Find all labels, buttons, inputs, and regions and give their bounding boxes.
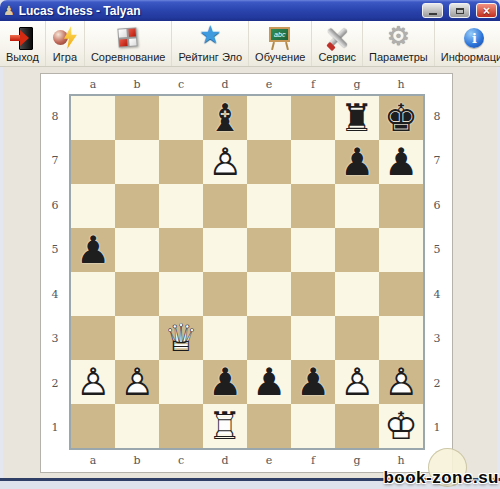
maximize-button[interactable] [449, 3, 470, 18]
square-e8[interactable] [247, 96, 291, 140]
square-d7[interactable]: ♟♙ [203, 140, 247, 184]
lightning-ball-icon [52, 26, 78, 50]
toolbar-button-competition[interactable]: Соревнование [85, 21, 173, 66]
square-b8[interactable] [115, 96, 159, 140]
close-button[interactable]: × [476, 3, 497, 18]
square-f8[interactable] [291, 96, 335, 140]
content-area: abcdefgh 87654321 ♝♜♚♟♙♟♟♟♛♕♟♙♟♙♟♟♟♟♙♟♙♜… [0, 67, 500, 478]
square-a5[interactable]: ♟ [71, 228, 115, 272]
square-g3[interactable] [335, 316, 379, 360]
square-b5[interactable] [115, 228, 159, 272]
square-b4[interactable] [115, 272, 159, 316]
rank-label: 6 [41, 183, 69, 228]
file-label: c [159, 450, 203, 470]
black-pawn: ♟ [379, 140, 423, 184]
gear-icon: ⚙ [385, 26, 411, 50]
toolbar-label: Параметры [369, 51, 428, 63]
file-label: b [115, 450, 159, 470]
toolbar-label: Игра [53, 51, 77, 63]
square-h4[interactable] [379, 272, 423, 316]
rank-label: 5 [41, 228, 69, 273]
square-c5[interactable] [159, 228, 203, 272]
square-d5[interactable] [203, 228, 247, 272]
title-bar[interactable]: ♟ Lucas Chess - Talyan × [0, 0, 500, 21]
square-g1[interactable] [335, 404, 379, 448]
main-toolbar: Выход Игра Соревнование ★ Рейтинг Эло ab… [0, 21, 500, 67]
square-f6[interactable] [291, 184, 335, 228]
square-h1[interactable]: ♚♔ [379, 404, 423, 448]
white-king-outline: ♔ [379, 404, 423, 448]
square-d6[interactable] [203, 184, 247, 228]
white-pawn-outline: ♙ [203, 140, 247, 184]
black-pawn: ♟ [71, 228, 115, 272]
toolbar-label: Соревнование [91, 51, 166, 63]
close-icon: × [483, 5, 490, 17]
square-e7[interactable] [247, 140, 291, 184]
black-pawn: ♟ [291, 360, 335, 404]
toolbar-button-tools[interactable]: Сервис [312, 21, 363, 66]
file-label: c [159, 74, 203, 94]
file-label: e [247, 74, 291, 94]
file-label: b [115, 74, 159, 94]
file-label: f [291, 450, 335, 470]
white-rook-outline: ♖ [203, 404, 247, 448]
black-king: ♚ [379, 96, 423, 140]
square-b1[interactable] [115, 404, 159, 448]
file-label: h [379, 450, 423, 470]
minimize-icon [429, 13, 437, 15]
square-e3[interactable] [247, 316, 291, 360]
square-g2[interactable]: ♟♙ [335, 360, 379, 404]
minimize-button[interactable] [422, 3, 443, 18]
square-c2[interactable] [159, 360, 203, 404]
rank-labels-left: 87654321 [41, 94, 69, 450]
square-d2[interactable]: ♟ [203, 360, 247, 404]
rank-label: 4 [41, 272, 69, 317]
square-g4[interactable] [335, 272, 379, 316]
toolbar-button-exit[interactable]: Выход [0, 21, 46, 66]
rank-label: 6 [425, 183, 449, 228]
black-pawn: ♟ [203, 360, 247, 404]
toolbar-button-game[interactable]: Игра [46, 21, 85, 66]
square-d4[interactable] [203, 272, 247, 316]
rank-label: 4 [425, 272, 449, 317]
square-a4[interactable] [71, 272, 115, 316]
black-pawn: ♟ [247, 360, 291, 404]
square-e5[interactable] [247, 228, 291, 272]
blue-star-icon: ★ [197, 26, 223, 50]
exit-door-icon [9, 26, 35, 50]
rank-label: 2 [425, 361, 449, 406]
file-label: g [335, 450, 379, 470]
toolbar-label: Сервис [318, 51, 356, 63]
info-icon: i [461, 26, 487, 50]
file-label: a [71, 450, 115, 470]
toolbar-button-training[interactable]: abc Обучение [249, 21, 312, 66]
tools-icon [324, 26, 350, 50]
file-labels-bottom: abcdefgh [71, 450, 423, 470]
maximize-icon [456, 8, 464, 14]
square-g8[interactable]: ♜ [335, 96, 379, 140]
square-f4[interactable] [291, 272, 335, 316]
black-bishop: ♝ [203, 96, 247, 140]
square-a7[interactable] [71, 140, 115, 184]
square-d1[interactable]: ♜♖ [203, 404, 247, 448]
rank-label: 1 [425, 406, 449, 451]
app-window: ♟ Lucas Chess - Talyan × Выход Игра Соре… [0, 0, 500, 489]
file-label: d [203, 74, 247, 94]
square-d3[interactable] [203, 316, 247, 360]
app-pawn-icon: ♟ [3, 4, 15, 17]
watermark-text: book-zone.su [383, 468, 499, 488]
white-pawn-outline: ♙ [335, 360, 379, 404]
square-a3[interactable] [71, 316, 115, 360]
square-h7[interactable]: ♟ [379, 140, 423, 184]
window-title: Lucas Chess - Talyan [19, 4, 416, 18]
square-a8[interactable] [71, 96, 115, 140]
chess-board: ♝♜♚♟♙♟♟♟♛♕♟♙♟♙♟♟♟♟♙♟♙♜♖♚♔ [69, 94, 425, 450]
square-d8[interactable]: ♝ [203, 96, 247, 140]
checkered-squares-icon [115, 26, 141, 50]
toolbar-label: Информация [441, 51, 500, 63]
square-g7[interactable]: ♟ [335, 140, 379, 184]
file-label: e [247, 450, 291, 470]
white-pawn-outline: ♙ [115, 360, 159, 404]
square-a1[interactable] [71, 404, 115, 448]
square-b7[interactable] [115, 140, 159, 184]
square-e4[interactable] [247, 272, 291, 316]
rank-label: 1 [41, 406, 69, 451]
black-rook: ♜ [335, 96, 379, 140]
square-f5[interactable] [291, 228, 335, 272]
square-e1[interactable] [247, 404, 291, 448]
rank-label: 5 [425, 228, 449, 273]
square-a2[interactable]: ♟♙ [71, 360, 115, 404]
square-h8[interactable]: ♚ [379, 96, 423, 140]
file-label: a [71, 74, 115, 94]
file-label: f [291, 74, 335, 94]
square-f1[interactable] [291, 404, 335, 448]
toolbar-button-options[interactable]: ⚙ Параметры [363, 21, 435, 66]
white-pawn-outline: ♙ [379, 360, 423, 404]
square-a6[interactable] [71, 184, 115, 228]
toolbar-button-elo-rating[interactable]: ★ Рейтинг Эло [172, 21, 249, 66]
square-e6[interactable] [247, 184, 291, 228]
square-e2[interactable]: ♟ [247, 360, 291, 404]
rank-labels-right: 87654321 [425, 94, 449, 450]
square-c8[interactable] [159, 96, 203, 140]
board-panel: abcdefgh 87654321 ♝♜♚♟♙♟♟♟♛♕♟♙♟♙♟♟♟♟♙♟♙♜… [40, 73, 453, 473]
chalkboard-icon: abc [267, 26, 293, 50]
square-h2[interactable]: ♟♙ [379, 360, 423, 404]
file-label: d [203, 450, 247, 470]
toolbar-button-information[interactable]: i Информация [435, 21, 500, 66]
rank-label: 3 [425, 317, 449, 362]
rank-label: 7 [41, 139, 69, 184]
white-queen-outline: ♕ [159, 316, 203, 360]
square-c7[interactable] [159, 140, 203, 184]
square-b6[interactable] [115, 184, 159, 228]
square-b3[interactable] [115, 316, 159, 360]
square-c1[interactable] [159, 404, 203, 448]
square-b2[interactable]: ♟♙ [115, 360, 159, 404]
black-pawn: ♟ [335, 140, 379, 184]
square-c3[interactable]: ♛♕ [159, 316, 203, 360]
file-label: h [379, 74, 423, 94]
square-c6[interactable] [159, 184, 203, 228]
square-f7[interactable] [291, 140, 335, 184]
rank-label: 8 [425, 94, 449, 139]
toolbar-label: Обучение [255, 51, 305, 63]
rank-label: 2 [41, 361, 69, 406]
file-label: g [335, 74, 379, 94]
square-f3[interactable] [291, 316, 335, 360]
square-f2[interactable]: ♟ [291, 360, 335, 404]
toolbar-label: Выход [6, 51, 39, 63]
toolbar-label: Рейтинг Эло [178, 51, 242, 63]
rank-label: 8 [41, 94, 69, 139]
square-c4[interactable] [159, 272, 203, 316]
square-h3[interactable] [379, 316, 423, 360]
file-labels-top: abcdefgh [71, 74, 423, 94]
rank-label: 7 [425, 139, 449, 184]
white-pawn-outline: ♙ [71, 360, 115, 404]
square-h5[interactable] [379, 228, 423, 272]
square-g6[interactable] [335, 184, 379, 228]
square-g5[interactable] [335, 228, 379, 272]
square-h6[interactable] [379, 184, 423, 228]
rank-label: 3 [41, 317, 69, 362]
